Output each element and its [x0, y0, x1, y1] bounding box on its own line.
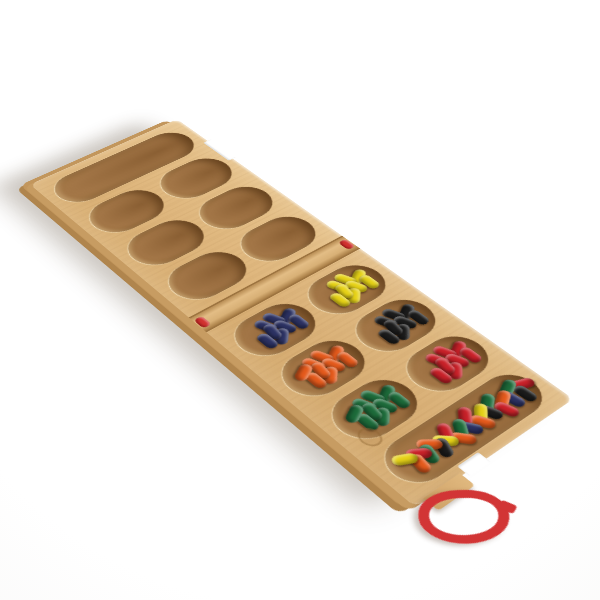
product-photo-scene: [0, 0, 600, 600]
mancala-board: [30, 119, 573, 507]
elastic-closure-loop-icon: [415, 489, 515, 545]
hinge-elastic-top-icon: [338, 239, 356, 250]
